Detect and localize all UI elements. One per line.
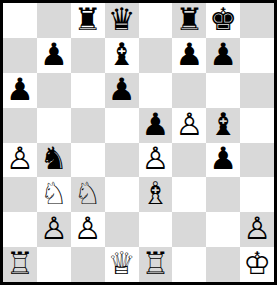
square-f4[interactable] — [172, 143, 206, 178]
white-king-icon: ♔ — [243, 248, 271, 279]
square-g4[interactable]: ♟ — [206, 143, 240, 178]
black-pawn-icon: ♟ — [209, 39, 237, 70]
square-g5[interactable]: ♝ — [206, 108, 240, 143]
square-b8[interactable] — [37, 3, 71, 38]
square-e4[interactable]: ♙ — [139, 143, 173, 178]
square-g8[interactable]: ♚ — [206, 3, 240, 38]
black-queen-icon: ♛ — [108, 4, 136, 35]
square-d1[interactable]: ♕ — [105, 247, 139, 282]
square-g1[interactable] — [206, 247, 240, 282]
black-pawn-icon: ♟ — [142, 109, 170, 140]
square-c4[interactable] — [71, 143, 105, 178]
square-e5[interactable]: ♟ — [139, 108, 173, 143]
white-pawn-icon: ♙ — [6, 143, 34, 174]
square-b6[interactable] — [37, 73, 71, 108]
black-pawn-icon: ♟ — [40, 39, 68, 70]
square-a5[interactable] — [3, 108, 37, 143]
square-b7[interactable]: ♟ — [37, 38, 71, 73]
square-e7[interactable] — [139, 38, 173, 73]
square-b1[interactable] — [37, 247, 71, 282]
square-e8[interactable] — [139, 3, 173, 38]
square-e2[interactable] — [139, 212, 173, 247]
square-h7[interactable] — [240, 38, 274, 73]
white-rook-icon: ♖ — [142, 248, 170, 279]
square-c7[interactable] — [71, 38, 105, 73]
white-pawn-icon: ♙ — [74, 213, 102, 244]
white-pawn-icon: ♙ — [243, 213, 271, 244]
square-f8[interactable]: ♜ — [172, 3, 206, 38]
black-pawn-icon: ♟ — [108, 74, 136, 105]
square-h4[interactable] — [240, 143, 274, 178]
square-d8[interactable]: ♛ — [105, 3, 139, 38]
white-knight-icon: ♘ — [40, 178, 68, 209]
white-pawn-icon: ♙ — [40, 213, 68, 244]
square-a6[interactable]: ♟ — [3, 73, 37, 108]
black-king-icon: ♚ — [209, 4, 237, 35]
square-f6[interactable] — [172, 73, 206, 108]
square-c6[interactable] — [71, 73, 105, 108]
square-h8[interactable] — [240, 3, 274, 38]
square-d7[interactable]: ♝ — [105, 38, 139, 73]
square-b5[interactable] — [37, 108, 71, 143]
square-h3[interactable] — [240, 177, 274, 212]
square-a2[interactable] — [3, 212, 37, 247]
square-c5[interactable] — [71, 108, 105, 143]
square-f5[interactable]: ♙ — [172, 108, 206, 143]
square-d4[interactable] — [105, 143, 139, 178]
white-queen-icon: ♕ — [108, 248, 136, 279]
square-c1[interactable] — [71, 247, 105, 282]
square-g7[interactable]: ♟ — [206, 38, 240, 73]
square-h2[interactable]: ♙ — [240, 212, 274, 247]
square-d6[interactable]: ♟ — [105, 73, 139, 108]
square-h1[interactable]: ♔ — [240, 247, 274, 282]
black-rook-icon: ♜ — [74, 4, 102, 35]
square-g2[interactable] — [206, 212, 240, 247]
square-c2[interactable]: ♙ — [71, 212, 105, 247]
square-a3[interactable] — [3, 177, 37, 212]
square-e6[interactable] — [139, 73, 173, 108]
square-f1[interactable] — [172, 247, 206, 282]
square-a4[interactable]: ♙ — [3, 143, 37, 178]
square-a7[interactable] — [3, 38, 37, 73]
square-h6[interactable] — [240, 73, 274, 108]
square-g6[interactable] — [206, 73, 240, 108]
white-rook-icon: ♖ — [6, 248, 34, 279]
black-rook-icon: ♜ — [175, 4, 203, 35]
square-d2[interactable] — [105, 212, 139, 247]
black-bishop-icon: ♝ — [209, 109, 237, 140]
square-e3[interactable]: ♗ — [139, 177, 173, 212]
square-f3[interactable] — [172, 177, 206, 212]
square-c8[interactable]: ♜ — [71, 3, 105, 38]
white-pawn-icon: ♙ — [175, 109, 203, 140]
white-bishop-icon: ♗ — [142, 178, 170, 209]
square-b2[interactable]: ♙ — [37, 212, 71, 247]
square-f7[interactable]: ♟ — [172, 38, 206, 73]
square-d3[interactable] — [105, 177, 139, 212]
square-e1[interactable]: ♖ — [139, 247, 173, 282]
square-a8[interactable] — [3, 3, 37, 38]
black-pawn-icon: ♟ — [6, 74, 34, 105]
square-a1[interactable]: ♖ — [3, 247, 37, 282]
square-b3[interactable]: ♘ — [37, 177, 71, 212]
black-knight-icon: ♞ — [40, 143, 68, 174]
square-b4[interactable]: ♞ — [37, 143, 71, 178]
square-c3[interactable]: ♘ — [71, 177, 105, 212]
square-d5[interactable] — [105, 108, 139, 143]
square-g3[interactable] — [206, 177, 240, 212]
black-bishop-icon: ♝ — [108, 39, 136, 70]
chess-board: ♜♛♜♚♟♝♟♟♟♟♟♙♝♙♞♙♟♘♘♗♙♙♙♖♕♖♔ — [0, 0, 277, 285]
white-knight-icon: ♘ — [74, 178, 102, 209]
square-f2[interactable] — [172, 212, 206, 247]
black-pawn-icon: ♟ — [209, 143, 237, 174]
square-h5[interactable] — [240, 108, 274, 143]
black-pawn-icon: ♟ — [175, 39, 203, 70]
white-pawn-icon: ♙ — [142, 143, 170, 174]
